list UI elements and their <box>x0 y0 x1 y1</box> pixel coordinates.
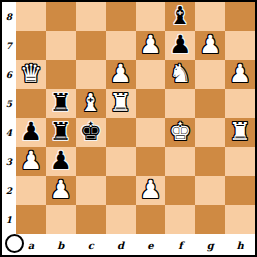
square-d1[interactable] <box>106 205 136 234</box>
file-label-g: g <box>195 236 225 255</box>
rank-label-6: 6 <box>2 60 16 89</box>
square-c3[interactable] <box>76 147 106 176</box>
square-b8[interactable] <box>46 2 76 31</box>
square-e2[interactable]: ♟ <box>136 176 166 205</box>
square-d5[interactable]: ♜ <box>106 89 136 118</box>
square-b3[interactable]: ♟ <box>46 147 76 176</box>
square-a5[interactable] <box>16 89 46 118</box>
square-f2[interactable] <box>165 176 195 205</box>
piece-white-pawn-g7[interactable]: ♟ <box>199 32 221 57</box>
rank-label-3: 3 <box>2 147 16 176</box>
square-b2[interactable]: ♟ <box>46 176 76 205</box>
square-c4[interactable]: ♚ <box>76 118 106 147</box>
square-h5[interactable] <box>225 89 255 118</box>
square-e3[interactable] <box>136 147 166 176</box>
file-label-d: d <box>106 236 136 255</box>
square-d8[interactable] <box>106 2 136 31</box>
square-f4[interactable]: ♚ <box>165 118 195 147</box>
square-b1[interactable] <box>46 205 76 234</box>
rank-label-2: 2 <box>2 176 16 205</box>
square-h2[interactable] <box>225 176 255 205</box>
chess-diagram: ♝♟♟♟♛♟♞♟♜♝♜♟♜♚♚♜♟♟♟♟ 87654321 abcdefgh <box>0 0 257 257</box>
square-g1[interactable] <box>195 205 225 234</box>
piece-black-rook-b4[interactable]: ♜ <box>50 119 72 144</box>
square-h1[interactable] <box>225 205 255 234</box>
square-b6[interactable] <box>46 60 76 89</box>
square-c1[interactable] <box>76 205 106 234</box>
square-e6[interactable] <box>136 60 166 89</box>
square-h3[interactable] <box>225 147 255 176</box>
square-d6[interactable]: ♟ <box>106 60 136 89</box>
square-g6[interactable] <box>195 60 225 89</box>
square-h8[interactable] <box>225 2 255 31</box>
file-label-e: e <box>136 236 166 255</box>
square-h4[interactable]: ♜ <box>225 118 255 147</box>
square-g7[interactable]: ♟ <box>195 31 225 60</box>
square-c8[interactable] <box>76 2 106 31</box>
piece-black-bishop-f8[interactable]: ♝ <box>169 3 191 28</box>
square-f5[interactable] <box>165 89 195 118</box>
square-c6[interactable] <box>76 60 106 89</box>
piece-black-rook-b5[interactable]: ♜ <box>50 90 72 115</box>
square-a8[interactable] <box>16 2 46 31</box>
square-g3[interactable] <box>195 147 225 176</box>
file-label-f: f <box>165 236 195 255</box>
piece-white-pawn-e7[interactable]: ♟ <box>139 32 161 57</box>
piece-white-king-f4[interactable]: ♚ <box>169 119 191 144</box>
piece-white-bishop-c5[interactable]: ♝ <box>79 90 101 115</box>
rank-labels: 87654321 <box>2 2 16 234</box>
piece-white-rook-h4[interactable]: ♜ <box>229 119 251 144</box>
square-d3[interactable] <box>106 147 136 176</box>
square-c2[interactable] <box>76 176 106 205</box>
square-b4[interactable]: ♜ <box>46 118 76 147</box>
square-f1[interactable] <box>165 205 195 234</box>
rank-label-4: 4 <box>2 118 16 147</box>
piece-black-pawn-a4[interactable]: ♟ <box>20 119 42 144</box>
square-d7[interactable] <box>106 31 136 60</box>
piece-white-pawn-b2[interactable]: ♟ <box>50 177 72 202</box>
square-e7[interactable]: ♟ <box>136 31 166 60</box>
file-label-h: h <box>225 236 255 255</box>
square-e8[interactable] <box>136 2 166 31</box>
square-c7[interactable] <box>76 31 106 60</box>
square-f7[interactable]: ♟ <box>165 31 195 60</box>
rank-label-1: 1 <box>2 205 16 234</box>
square-e5[interactable] <box>136 89 166 118</box>
square-a2[interactable] <box>16 176 46 205</box>
square-h7[interactable] <box>225 31 255 60</box>
piece-black-pawn-b3[interactable]: ♟ <box>50 148 72 173</box>
square-b7[interactable] <box>46 31 76 60</box>
piece-white-pawn-e2[interactable]: ♟ <box>139 177 161 202</box>
white-to-move-indicator <box>5 234 24 253</box>
file-label-b: b <box>46 236 76 255</box>
square-d2[interactable] <box>106 176 136 205</box>
square-b5[interactable]: ♜ <box>46 89 76 118</box>
rank-label-5: 5 <box>2 89 16 118</box>
piece-white-queen-a6[interactable]: ♛ <box>20 61 42 86</box>
chess-board: ♝♟♟♟♛♟♞♟♜♝♜♟♜♚♚♜♟♟♟♟ <box>16 2 255 234</box>
square-g8[interactable] <box>195 2 225 31</box>
file-labels: abcdefgh <box>16 236 255 255</box>
square-a7[interactable] <box>16 31 46 60</box>
rank-label-8: 8 <box>2 2 16 31</box>
piece-white-rook-d5[interactable]: ♜ <box>109 90 131 115</box>
piece-black-king-c4[interactable]: ♚ <box>79 119 101 144</box>
square-a3[interactable]: ♟ <box>16 147 46 176</box>
square-f6[interactable]: ♞ <box>165 60 195 89</box>
square-c5[interactable]: ♝ <box>76 89 106 118</box>
rank-label-7: 7 <box>2 31 16 60</box>
piece-black-pawn-f7[interactable]: ♟ <box>169 32 191 57</box>
square-g2[interactable] <box>195 176 225 205</box>
piece-white-pawn-h6[interactable]: ♟ <box>229 61 251 86</box>
square-f8[interactable]: ♝ <box>165 2 195 31</box>
square-e1[interactable] <box>136 205 166 234</box>
square-a1[interactable] <box>16 205 46 234</box>
piece-white-knight-f6[interactable]: ♞ <box>169 61 191 86</box>
square-g5[interactable] <box>195 89 225 118</box>
piece-white-pawn-d6[interactable]: ♟ <box>109 61 131 86</box>
piece-white-pawn-a3[interactable]: ♟ <box>20 148 42 173</box>
square-d4[interactable] <box>106 118 136 147</box>
square-f3[interactable] <box>165 147 195 176</box>
square-e4[interactable] <box>136 118 166 147</box>
file-label-c: c <box>76 236 106 255</box>
square-h6[interactable]: ♟ <box>225 60 255 89</box>
square-a6[interactable]: ♛ <box>16 60 46 89</box>
square-a4[interactable]: ♟ <box>16 118 46 147</box>
square-g4[interactable] <box>195 118 225 147</box>
